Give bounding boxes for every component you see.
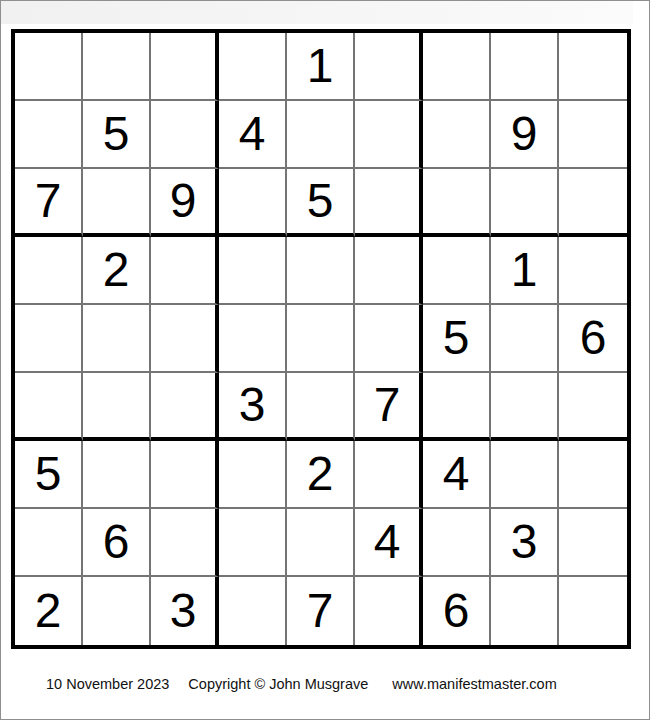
cell-r7c4[interactable] xyxy=(219,441,287,509)
cell-r1c3[interactable] xyxy=(151,33,219,101)
cell-r8c9[interactable] xyxy=(559,509,627,577)
cell-r9c3[interactable]: 3 xyxy=(151,577,219,645)
cell-r4c3[interactable] xyxy=(151,237,219,305)
cell-r7c7[interactable]: 4 xyxy=(423,441,491,509)
cell-r7c8[interactable] xyxy=(491,441,559,509)
cell-r4c9[interactable] xyxy=(559,237,627,305)
cell-r1c2[interactable] xyxy=(83,33,151,101)
cell-r9c8[interactable] xyxy=(491,577,559,645)
sudoku-board: 15497952156375246432376 xyxy=(11,29,631,649)
cell-r9c2[interactable] xyxy=(83,577,151,645)
cell-r1c7[interactable] xyxy=(423,33,491,101)
cell-r1c1[interactable] xyxy=(15,33,83,101)
cell-r6c7[interactable] xyxy=(423,373,491,441)
cell-r3c9[interactable] xyxy=(559,169,627,237)
cell-r5c2[interactable] xyxy=(83,305,151,373)
cell-r3c7[interactable] xyxy=(423,169,491,237)
cell-r6c9[interactable] xyxy=(559,373,627,441)
cell-r5c4[interactable] xyxy=(219,305,287,373)
cell-r9c5[interactable]: 7 xyxy=(287,577,355,645)
cell-r4c1[interactable] xyxy=(15,237,83,305)
cell-r7c2[interactable] xyxy=(83,441,151,509)
cell-r6c3[interactable] xyxy=(151,373,219,441)
cell-r4c5[interactable] xyxy=(287,237,355,305)
cell-r6c6[interactable]: 7 xyxy=(355,373,423,441)
cell-r2c8[interactable]: 9 xyxy=(491,101,559,169)
cell-r2c6[interactable] xyxy=(355,101,423,169)
cell-r3c8[interactable] xyxy=(491,169,559,237)
footer-date: 10 November 2023 xyxy=(46,676,169,692)
cell-r2c2[interactable]: 5 xyxy=(83,101,151,169)
cell-r3c2[interactable] xyxy=(83,169,151,237)
cell-r1c5[interactable]: 1 xyxy=(287,33,355,101)
cell-r4c2[interactable]: 2 xyxy=(83,237,151,305)
cell-r9c1[interactable]: 2 xyxy=(15,577,83,645)
footer: 10 November 2023 Copyright © John Musgra… xyxy=(46,674,557,694)
cell-r4c7[interactable] xyxy=(423,237,491,305)
cell-r6c5[interactable] xyxy=(287,373,355,441)
cell-r6c4[interactable]: 3 xyxy=(219,373,287,441)
cell-r3c5[interactable]: 5 xyxy=(287,169,355,237)
cell-r2c5[interactable] xyxy=(287,101,355,169)
cell-r3c4[interactable] xyxy=(219,169,287,237)
cell-r8c7[interactable] xyxy=(423,509,491,577)
cell-r5c7[interactable]: 5 xyxy=(423,305,491,373)
page: 15497952156375246432376 10 November 2023… xyxy=(0,0,650,720)
cell-r8c4[interactable] xyxy=(219,509,287,577)
cell-r1c9[interactable] xyxy=(559,33,627,101)
cell-r8c8[interactable]: 3 xyxy=(491,509,559,577)
cell-r8c5[interactable] xyxy=(287,509,355,577)
cell-r2c3[interactable] xyxy=(151,101,219,169)
cell-r4c6[interactable] xyxy=(355,237,423,305)
cell-r5c3[interactable] xyxy=(151,305,219,373)
cell-r9c7[interactable]: 6 xyxy=(423,577,491,645)
cell-r8c3[interactable] xyxy=(151,509,219,577)
header-strip xyxy=(1,1,633,24)
cell-r5c9[interactable]: 6 xyxy=(559,305,627,373)
cell-r5c5[interactable] xyxy=(287,305,355,373)
cell-r2c7[interactable] xyxy=(423,101,491,169)
cell-r4c8[interactable]: 1 xyxy=(491,237,559,305)
footer-copyright: Copyright © John Musgrave xyxy=(188,676,368,692)
cell-r7c1[interactable]: 5 xyxy=(15,441,83,509)
cell-r7c6[interactable] xyxy=(355,441,423,509)
footer-website: www.manifestmaster.com xyxy=(392,676,556,692)
cell-r8c2[interactable]: 6 xyxy=(83,509,151,577)
cell-r7c9[interactable] xyxy=(559,441,627,509)
cell-r7c5[interactable]: 2 xyxy=(287,441,355,509)
cell-r2c9[interactable] xyxy=(559,101,627,169)
cell-r8c6[interactable]: 4 xyxy=(355,509,423,577)
cell-r3c1[interactable]: 7 xyxy=(15,169,83,237)
cell-r7c3[interactable] xyxy=(151,441,219,509)
cell-r6c2[interactable] xyxy=(83,373,151,441)
cell-r4c4[interactable] xyxy=(219,237,287,305)
cell-r9c9[interactable] xyxy=(559,577,627,645)
cell-r8c1[interactable] xyxy=(15,509,83,577)
cell-r3c6[interactable] xyxy=(355,169,423,237)
cell-r6c8[interactable] xyxy=(491,373,559,441)
cell-r9c6[interactable] xyxy=(355,577,423,645)
cell-r3c3[interactable]: 9 xyxy=(151,169,219,237)
cell-r1c8[interactable] xyxy=(491,33,559,101)
cell-r1c4[interactable] xyxy=(219,33,287,101)
cell-r5c1[interactable] xyxy=(15,305,83,373)
cell-r9c4[interactable] xyxy=(219,577,287,645)
cell-r5c8[interactable] xyxy=(491,305,559,373)
cell-r2c4[interactable]: 4 xyxy=(219,101,287,169)
cell-r1c6[interactable] xyxy=(355,33,423,101)
cell-r5c6[interactable] xyxy=(355,305,423,373)
cell-r6c1[interactable] xyxy=(15,373,83,441)
cell-r2c1[interactable] xyxy=(15,101,83,169)
